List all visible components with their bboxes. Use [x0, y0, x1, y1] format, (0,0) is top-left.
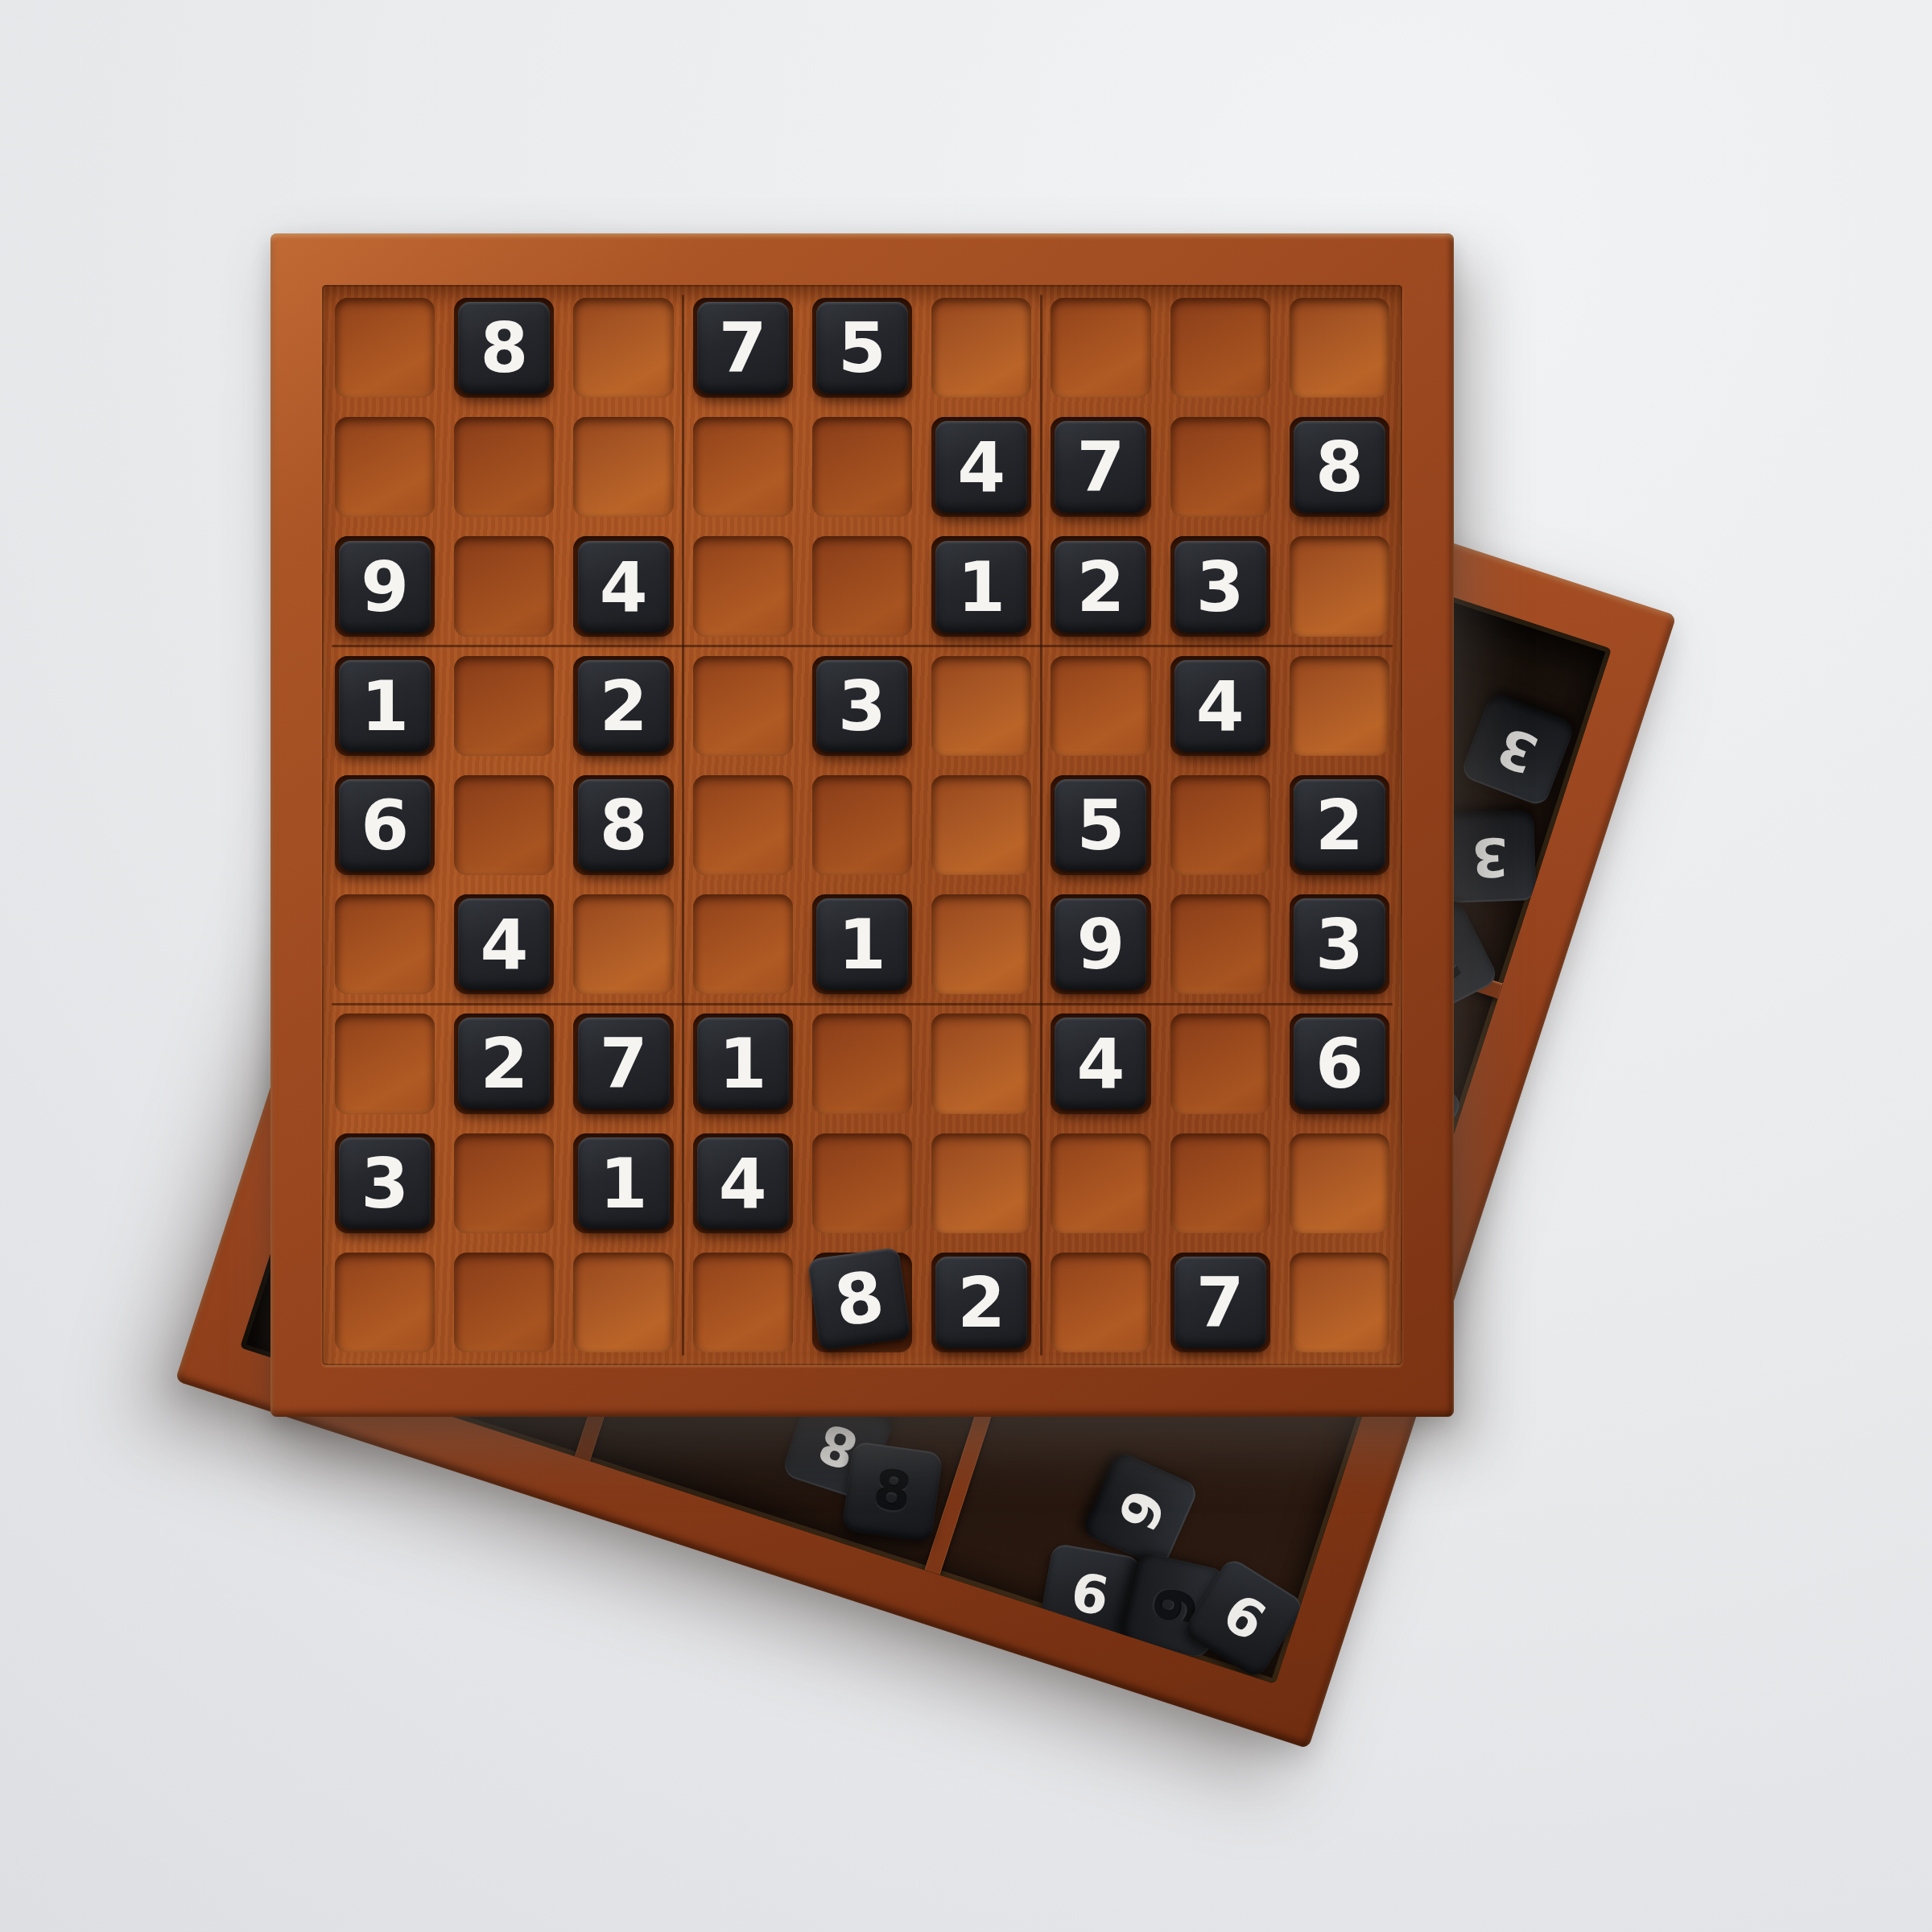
cell-r2c9[interactable]: 8 — [1290, 417, 1389, 517]
cell-r7c3[interactable]: 7 — [573, 1013, 673, 1113]
cell-r9c3[interactable] — [573, 1253, 673, 1352]
cell-r3c4[interactable] — [693, 536, 793, 636]
cell-r7c9[interactable]: 6 — [1290, 1013, 1389, 1113]
cell-r4c9[interactable] — [1290, 656, 1389, 756]
cell-r1c8[interactable] — [1170, 298, 1270, 398]
cell-r2c8[interactable] — [1170, 417, 1270, 517]
cell-r7c7[interactable]: 4 — [1051, 1013, 1150, 1113]
cell-r5c7[interactable]: 5 — [1051, 775, 1150, 875]
cell-r9c2[interactable] — [454, 1253, 554, 1352]
board-playfield: 8754789412312346852419327146314827 — [322, 285, 1402, 1365]
cell-r7c4[interactable]: 1 — [693, 1013, 793, 1113]
cell-r6c6[interactable] — [931, 894, 1031, 994]
clue-tile-1[interactable]: 1 — [697, 1018, 789, 1109]
cell-r1c9[interactable] — [1290, 298, 1389, 398]
cell-r9c6[interactable]: 2 — [931, 1253, 1031, 1352]
cell-r3c9[interactable] — [1290, 536, 1389, 636]
tray-tile-3[interactable]: 3 — [1459, 691, 1576, 808]
clue-tile-9[interactable]: 9 — [1055, 898, 1146, 990]
cell-r5c5[interactable] — [812, 775, 912, 875]
clue-tile-5[interactable]: 5 — [1055, 779, 1146, 871]
clue-tile-2[interactable]: 2 — [1055, 541, 1146, 633]
cell-r2c3[interactable] — [573, 417, 673, 517]
cell-r2c1[interactable] — [335, 417, 435, 517]
cell-r3c2[interactable] — [454, 536, 554, 636]
cell-r7c1[interactable] — [335, 1013, 435, 1113]
cell-r6c3[interactable] — [573, 894, 673, 994]
cell-r3c7[interactable]: 2 — [1051, 536, 1150, 636]
cell-r8c9[interactable] — [1290, 1133, 1389, 1233]
cell-r8c7[interactable] — [1051, 1133, 1150, 1233]
cell-r8c6[interactable] — [931, 1133, 1031, 1233]
cell-r2c2[interactable] — [454, 417, 554, 517]
clue-tile-6[interactable]: 6 — [339, 779, 431, 871]
sudoku-board: 8754789412312346852419327146314827 — [270, 233, 1454, 1417]
clue-tile-7[interactable]: 7 — [578, 1018, 670, 1109]
cell-r8c5[interactable] — [812, 1133, 912, 1233]
tray-tile-3[interactable]: 3 — [1443, 810, 1537, 903]
cell-r6c9[interactable]: 3 — [1290, 894, 1389, 994]
tray-tile-8[interactable]: 8 — [841, 1441, 943, 1542]
cell-r2c4[interactable] — [693, 417, 793, 517]
cell-r2c7[interactable]: 7 — [1051, 417, 1150, 517]
cell-r9c4[interactable] — [693, 1253, 793, 1352]
clue-tile-7[interactable]: 7 — [1174, 1257, 1266, 1348]
clue-tile-8[interactable]: 8 — [1294, 421, 1385, 513]
clue-tile-1[interactable]: 1 — [578, 1137, 670, 1229]
sudoku-grid: 8754789412312346852419327146314827 — [322, 285, 1402, 1365]
cell-r4c2[interactable] — [454, 656, 554, 756]
cell-r8c3[interactable]: 1 — [573, 1133, 673, 1233]
cell-r9c1[interactable] — [335, 1253, 435, 1352]
cell-r4c7[interactable] — [1051, 656, 1150, 756]
clue-tile-9[interactable]: 9 — [339, 541, 431, 633]
clue-tile-7[interactable]: 7 — [1055, 421, 1146, 513]
cell-r1c5[interactable]: 5 — [812, 298, 912, 398]
clue-tile-1[interactable]: 1 — [935, 541, 1027, 633]
clue-tile-2[interactable]: 2 — [458, 1018, 550, 1109]
cell-r8c1[interactable]: 3 — [335, 1133, 435, 1233]
cell-r5c1[interactable]: 6 — [335, 775, 435, 875]
cell-r5c2[interactable] — [454, 775, 554, 875]
cell-r5c4[interactable] — [693, 775, 793, 875]
clue-tile-2[interactable]: 2 — [578, 660, 670, 752]
cell-r3c5[interactable] — [812, 536, 912, 636]
clue-tile-3[interactable]: 3 — [1294, 898, 1385, 990]
cell-r6c8[interactable] — [1170, 894, 1270, 994]
cell-r1c7[interactable] — [1051, 298, 1150, 398]
cell-r9c5[interactable]: 8 — [812, 1253, 912, 1352]
clue-tile-5[interactable]: 5 — [816, 302, 908, 394]
cell-r3c6[interactable]: 1 — [931, 536, 1031, 636]
clue-tile-8[interactable]: 8 — [807, 1247, 911, 1351]
cell-r7c6[interactable] — [931, 1013, 1031, 1113]
clue-tile-3[interactable]: 3 — [339, 1137, 431, 1229]
cell-r7c8[interactable] — [1170, 1013, 1270, 1113]
cell-r6c1[interactable] — [335, 894, 435, 994]
cell-r9c8[interactable]: 7 — [1170, 1253, 1270, 1352]
cell-r9c9[interactable] — [1290, 1253, 1389, 1352]
scene: 333886666 875478941231234685241932714631… — [0, 0, 1932, 1932]
clue-tile-4[interactable]: 4 — [1174, 660, 1266, 752]
clue-tile-4[interactable]: 4 — [1055, 1018, 1146, 1109]
cell-r4c6[interactable] — [931, 656, 1031, 756]
cell-r6c7[interactable]: 9 — [1051, 894, 1150, 994]
cell-r8c4[interactable]: 4 — [693, 1133, 793, 1233]
clue-tile-4[interactable]: 4 — [578, 541, 670, 633]
cell-r6c4[interactable] — [693, 894, 793, 994]
cell-r9c7[interactable] — [1051, 1253, 1150, 1352]
clue-tile-3[interactable]: 3 — [1174, 541, 1266, 633]
cell-r4c3[interactable]: 2 — [573, 656, 673, 756]
cell-r3c3[interactable]: 4 — [573, 536, 673, 636]
cell-r4c8[interactable]: 4 — [1170, 656, 1270, 756]
cell-r1c1[interactable] — [335, 298, 435, 398]
cell-r1c4[interactable]: 7 — [693, 298, 793, 398]
cell-r1c6[interactable] — [931, 298, 1031, 398]
clue-tile-2[interactable]: 2 — [1294, 779, 1385, 871]
cell-r3c8[interactable]: 3 — [1170, 536, 1270, 636]
clue-tile-4[interactable]: 4 — [458, 898, 550, 990]
clue-tile-6[interactable]: 6 — [1294, 1018, 1385, 1109]
clue-tile-8[interactable]: 8 — [578, 779, 670, 871]
cell-r7c2[interactable]: 2 — [454, 1013, 554, 1113]
cell-r1c3[interactable] — [573, 298, 673, 398]
cell-r8c2[interactable] — [454, 1133, 554, 1233]
cell-r4c1[interactable]: 1 — [335, 656, 435, 756]
clue-tile-3[interactable]: 3 — [816, 660, 908, 752]
clue-tile-2[interactable]: 2 — [935, 1257, 1027, 1348]
clue-tile-7[interactable]: 7 — [697, 302, 789, 394]
cell-r8c8[interactable] — [1170, 1133, 1270, 1233]
clue-tile-4[interactable]: 4 — [697, 1137, 789, 1229]
cell-r5c3[interactable]: 8 — [573, 775, 673, 875]
clue-tile-1[interactable]: 1 — [339, 660, 431, 752]
cell-r6c2[interactable]: 4 — [454, 894, 554, 994]
cell-r4c4[interactable] — [693, 656, 793, 756]
clue-tile-1[interactable]: 1 — [816, 898, 908, 990]
cell-r7c5[interactable] — [812, 1013, 912, 1113]
cell-r1c2[interactable]: 8 — [454, 298, 554, 398]
cell-r2c5[interactable] — [812, 417, 912, 517]
clue-tile-4[interactable]: 4 — [935, 421, 1027, 513]
cell-r5c8[interactable] — [1170, 775, 1270, 875]
clue-tile-8[interactable]: 8 — [458, 302, 550, 394]
cell-r3c1[interactable]: 9 — [335, 536, 435, 636]
cell-r4c5[interactable]: 3 — [812, 656, 912, 756]
cell-r5c9[interactable]: 2 — [1290, 775, 1389, 875]
cell-r5c6[interactable] — [931, 775, 1031, 875]
cell-r2c6[interactable]: 4 — [931, 417, 1031, 517]
cell-r6c5[interactable]: 1 — [812, 894, 912, 994]
